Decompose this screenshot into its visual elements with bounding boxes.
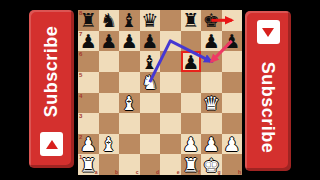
square-c2[interactable] (119, 134, 140, 155)
square-a8[interactable]: 8♜ (78, 10, 99, 31)
rank-label: 4 (79, 93, 82, 100)
square-g6[interactable] (201, 51, 222, 72)
square-a6[interactable]: 6 (78, 51, 99, 72)
square-g3[interactable] (201, 113, 222, 134)
square-d4[interactable] (140, 93, 161, 114)
square-b2[interactable]: ♝ (99, 134, 120, 155)
square-g7[interactable]: ♟ (201, 31, 222, 52)
rank-label: 7 (79, 31, 82, 38)
square-b4[interactable] (99, 93, 120, 114)
triangle-down-icon[interactable] (257, 20, 280, 44)
square-g2[interactable]: ♟ (201, 134, 222, 155)
square-d5[interactable]: ♞ (140, 72, 161, 93)
video-frame: Subscribe 8♜♞♝♛♜♚7♟♟♟♟♟♟6♝♟5♞4♝♛32♟♝♟♟♟1… (0, 0, 320, 180)
file-label: a (95, 169, 98, 175)
square-f8[interactable]: ♜ (181, 10, 202, 31)
square-d8[interactable]: ♛ (140, 10, 161, 31)
rank-label: 5 (79, 72, 82, 79)
square-e7[interactable] (160, 31, 181, 52)
rank-label: 8 (79, 10, 82, 17)
square-f7[interactable] (181, 31, 202, 52)
square-f4[interactable] (181, 93, 202, 114)
black-pawn[interactable]: ♟ (121, 31, 138, 51)
square-a1[interactable]: 1a♜ (78, 154, 99, 175)
rank-label: 1 (79, 154, 82, 161)
black-bishop[interactable]: ♝ (121, 10, 138, 30)
subscribe-banner-right[interactable]: Subscribe (245, 11, 291, 171)
white-rook[interactable]: ♜ (182, 155, 199, 175)
square-a2[interactable]: 2♟ (78, 134, 99, 155)
subscribe-label: Subscribe (41, 25, 62, 117)
black-queen[interactable]: ♛ (141, 10, 158, 30)
square-d6[interactable]: ♝ (140, 51, 161, 72)
triangle-up-glyph (46, 140, 58, 149)
square-g4[interactable]: ♛ (201, 93, 222, 114)
rank-label: 2 (79, 134, 82, 141)
triangle-down-glyph (262, 28, 274, 37)
square-b3[interactable] (99, 113, 120, 134)
black-rook[interactable]: ♜ (182, 10, 199, 30)
black-pawn[interactable]: ♟ (203, 31, 220, 51)
square-c3[interactable] (119, 113, 140, 134)
file-label: b (115, 169, 118, 175)
square-a4[interactable]: 4 (78, 93, 99, 114)
square-f3[interactable] (181, 113, 202, 134)
black-pawn[interactable]: ♟ (141, 31, 158, 51)
square-c4[interactable]: ♝ (119, 93, 140, 114)
black-king[interactable]: ♚ (203, 10, 220, 30)
white-bishop[interactable]: ♝ (121, 93, 138, 113)
black-pawn[interactable]: ♟ (182, 52, 199, 72)
square-e5[interactable] (160, 72, 181, 93)
square-f1[interactable]: f♜ (181, 154, 202, 175)
file-label: e (177, 169, 180, 175)
white-bishop[interactable]: ♝ (100, 134, 117, 154)
file-label: f (198, 169, 200, 175)
square-b8[interactable]: ♞ (99, 10, 120, 31)
square-e4[interactable] (160, 93, 181, 114)
square-e1[interactable]: e (160, 154, 181, 175)
square-g1[interactable]: g♚ (201, 154, 222, 175)
square-d2[interactable] (140, 134, 161, 155)
square-a5[interactable]: 5 (78, 72, 99, 93)
square-b1[interactable]: b (99, 154, 120, 175)
square-f6[interactable]: ♟ (181, 51, 202, 72)
rank-label: 3 (79, 113, 82, 120)
chess-board[interactable]: 8♜♞♝♛♜♚7♟♟♟♟♟♟6♝♟5♞4♝♛32♟♝♟♟♟1a♜bcdef♜g♚… (78, 10, 242, 175)
square-b7[interactable]: ♟ (99, 31, 120, 52)
black-knight[interactable]: ♞ (100, 10, 117, 30)
file-label: d (156, 169, 159, 175)
square-c7[interactable]: ♟ (119, 31, 140, 52)
square-f5[interactable] (181, 72, 202, 93)
square-a7[interactable]: 7♟ (78, 31, 99, 52)
rank-label: 6 (79, 51, 82, 58)
square-f2[interactable]: ♟ (181, 134, 202, 155)
subscribe-banner-left[interactable]: Subscribe (29, 10, 74, 168)
square-d3[interactable] (140, 113, 161, 134)
square-e3[interactable] (160, 113, 181, 134)
subscribe-text-area: Subscribe (222, 44, 314, 171)
square-c1[interactable]: c (119, 154, 140, 175)
white-knight[interactable]: ♞ (141, 72, 158, 92)
file-label: c (136, 169, 139, 175)
square-b5[interactable] (99, 72, 120, 93)
square-e2[interactable] (160, 134, 181, 155)
square-g8[interactable]: ♚ (201, 10, 222, 31)
square-e6[interactable] (160, 51, 181, 72)
black-pawn[interactable]: ♟ (100, 31, 117, 51)
square-e8[interactable] (160, 10, 181, 31)
square-b6[interactable] (99, 51, 120, 72)
black-bishop[interactable]: ♝ (141, 52, 158, 72)
square-c6[interactable] (119, 51, 140, 72)
triangle-up-icon[interactable] (40, 132, 63, 156)
square-d7[interactable]: ♟ (140, 31, 161, 52)
white-pawn[interactable]: ♟ (203, 134, 220, 154)
white-pawn[interactable]: ♟ (182, 134, 199, 154)
square-a3[interactable]: 3 (78, 113, 99, 134)
square-d1[interactable]: d (140, 154, 161, 175)
square-c8[interactable]: ♝ (119, 10, 140, 31)
subscribe-label: Subscribe (258, 62, 279, 154)
square-c5[interactable] (119, 72, 140, 93)
file-label: g (217, 169, 220, 175)
square-g5[interactable] (201, 72, 222, 93)
white-queen[interactable]: ♛ (203, 93, 220, 113)
square-h8[interactable] (222, 10, 243, 31)
